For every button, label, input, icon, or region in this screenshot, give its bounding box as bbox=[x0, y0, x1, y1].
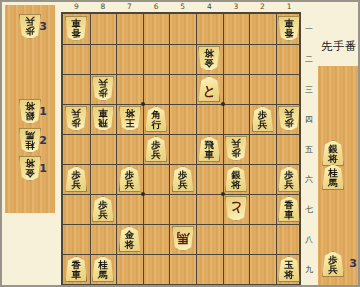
board-cell-9五[interactable] bbox=[63, 134, 90, 164]
rank-label-3: 三 bbox=[303, 84, 315, 95]
board-cell-7一[interactable] bbox=[116, 14, 143, 44]
piece-kanji: 玉将 bbox=[284, 260, 294, 281]
board-cell-6八[interactable] bbox=[143, 224, 170, 254]
piece-kanji: 歩兵 bbox=[178, 170, 188, 191]
board-cell-1五[interactable] bbox=[276, 134, 303, 164]
file-label-2: 2 bbox=[257, 2, 269, 11]
piece-kanji: 歩兵 bbox=[98, 78, 108, 99]
piece-kanji: 歩兵 bbox=[284, 170, 294, 191]
rank-label-2: 二 bbox=[303, 54, 315, 65]
board-cell-6一[interactable] bbox=[143, 14, 170, 44]
board-cell-7七[interactable] bbox=[116, 194, 143, 224]
board-cell-6九[interactable] bbox=[143, 254, 170, 284]
piece-kanji: 歩兵 bbox=[98, 200, 108, 221]
gote-hand-count-歩兵: 3 bbox=[36, 20, 50, 33]
board-cell-5五[interactable] bbox=[169, 134, 196, 164]
rank-label-6: 六 bbox=[303, 174, 315, 185]
piece-kanji: と bbox=[229, 202, 242, 215]
piece-kanji: 歩兵 bbox=[72, 170, 82, 191]
sente-hand-count-歩兵: 3 bbox=[346, 257, 360, 270]
rank-label-1: 一 bbox=[303, 24, 315, 35]
piece-kanji: 歩兵 bbox=[258, 110, 268, 131]
rank-label-4: 四 bbox=[303, 114, 315, 125]
board-cell-2二[interactable] bbox=[249, 44, 276, 74]
board-cell-8一[interactable] bbox=[90, 14, 117, 44]
board-cell-2九[interactable] bbox=[249, 254, 276, 284]
board-cell-3三[interactable] bbox=[223, 74, 250, 104]
board-cell-9三[interactable] bbox=[63, 74, 90, 104]
piece-kanji: 金将 bbox=[205, 48, 215, 69]
board-cell-5三[interactable] bbox=[169, 74, 196, 104]
file-label-5: 5 bbox=[177, 2, 189, 11]
board-cell-5四[interactable] bbox=[169, 104, 196, 134]
piece-kanji: 歩兵 bbox=[231, 138, 241, 159]
piece-kanji: 金将 bbox=[25, 157, 35, 178]
file-label-9: 9 bbox=[70, 2, 82, 11]
file-label-7: 7 bbox=[124, 2, 136, 11]
board-cell-4一[interactable] bbox=[196, 14, 223, 44]
board-cell-1八[interactable] bbox=[276, 224, 303, 254]
piece-kanji: と bbox=[203, 84, 216, 97]
gote-hand-count-銀将: 1 bbox=[36, 105, 50, 118]
rank-label-9: 九 bbox=[303, 264, 315, 275]
board-cell-1二[interactable] bbox=[276, 44, 303, 74]
piece-kanji: 桂馬 bbox=[98, 260, 108, 281]
board-cell-3九[interactable] bbox=[223, 254, 250, 284]
piece-kanji: 歩兵 bbox=[151, 140, 161, 161]
piece-kanji: 歩兵 bbox=[72, 108, 82, 129]
file-label-4: 4 bbox=[203, 2, 215, 11]
turn-indicator: 先手番 bbox=[321, 39, 360, 54]
board-cell-2六[interactable] bbox=[249, 164, 276, 194]
board-cell-4九[interactable] bbox=[196, 254, 223, 284]
board-cell-6六[interactable] bbox=[143, 164, 170, 194]
piece-kanji: 香車 bbox=[72, 18, 82, 39]
board-cell-3四[interactable] bbox=[223, 104, 250, 134]
piece-kanji: 王将 bbox=[125, 108, 135, 129]
board-cell-5九[interactable] bbox=[169, 254, 196, 284]
board-cell-3八[interactable] bbox=[223, 224, 250, 254]
board-cell-4六[interactable] bbox=[196, 164, 223, 194]
gote-hand-count-桂馬: 2 bbox=[36, 134, 50, 147]
piece-kanji: 銀将 bbox=[328, 144, 338, 165]
board-cell-7三[interactable] bbox=[116, 74, 143, 104]
board-cell-4四[interactable] bbox=[196, 104, 223, 134]
piece-kanji: 歩兵 bbox=[125, 170, 135, 191]
piece-kanji: 馬 bbox=[176, 232, 189, 245]
piece-kanji: 香車 bbox=[284, 18, 294, 39]
board-cell-1三[interactable] bbox=[276, 74, 303, 104]
board-cell-9八[interactable] bbox=[63, 224, 90, 254]
file-label-1: 1 bbox=[283, 2, 295, 11]
piece-kanji: 角行 bbox=[151, 110, 161, 131]
board-cell-2五[interactable] bbox=[249, 134, 276, 164]
board-cell-7二[interactable] bbox=[116, 44, 143, 74]
piece-kanji: 桂馬 bbox=[328, 168, 338, 189]
rank-label-5: 五 bbox=[303, 144, 315, 155]
shogi-app-window: 先手番 987654321一二三四五六七八九 香車香車金将歩兵と歩兵飛車王将角行… bbox=[0, 0, 360, 287]
gote-hand-count-金将: 1 bbox=[36, 162, 50, 175]
board-cell-3一[interactable] bbox=[223, 14, 250, 44]
piece-kanji: 金将 bbox=[125, 230, 135, 251]
piece-kanji: 桂馬 bbox=[25, 129, 35, 150]
piece-kanji: 香車 bbox=[284, 200, 294, 221]
board-cell-7九[interactable] bbox=[116, 254, 143, 284]
board-cell-7五[interactable] bbox=[116, 134, 143, 164]
file-label-8: 8 bbox=[97, 2, 109, 11]
piece-kanji: 飛車 bbox=[98, 108, 108, 129]
board-cell-8五[interactable] bbox=[90, 134, 117, 164]
board-cell-6七[interactable] bbox=[143, 194, 170, 224]
rank-label-8: 八 bbox=[303, 234, 315, 245]
board-cell-5一[interactable] bbox=[169, 14, 196, 44]
board-cell-8六[interactable] bbox=[90, 164, 117, 194]
board-cell-5二[interactable] bbox=[169, 44, 196, 74]
board-cell-8二[interactable] bbox=[90, 44, 117, 74]
board-cell-6三[interactable] bbox=[143, 74, 170, 104]
piece-kanji: 香車 bbox=[72, 260, 82, 281]
piece-kanji: 銀将 bbox=[25, 101, 35, 122]
piece-kanji: 銀将 bbox=[231, 170, 241, 191]
board-cell-5七[interactable] bbox=[169, 194, 196, 224]
board-cell-2八[interactable] bbox=[249, 224, 276, 254]
rank-label-7: 七 bbox=[303, 204, 315, 215]
piece-kanji: 歩兵 bbox=[284, 108, 294, 129]
board-cell-8八[interactable] bbox=[90, 224, 117, 254]
board-cell-4八[interactable] bbox=[196, 224, 223, 254]
file-label-3: 3 bbox=[230, 2, 242, 11]
piece-kanji: 歩兵 bbox=[25, 16, 35, 37]
file-label-6: 6 bbox=[150, 2, 162, 11]
board-cell-2一[interactable] bbox=[249, 14, 276, 44]
piece-kanji: 歩兵 bbox=[328, 255, 338, 276]
board-cell-9二[interactable] bbox=[63, 44, 90, 74]
board-cell-4七[interactable] bbox=[196, 194, 223, 224]
board-cell-2七[interactable] bbox=[249, 194, 276, 224]
board-cell-9七[interactable] bbox=[63, 194, 90, 224]
board-cell-2三[interactable] bbox=[249, 74, 276, 104]
piece-kanji: 飛車 bbox=[205, 140, 215, 161]
board-cell-3二[interactable] bbox=[223, 44, 250, 74]
board-cell-6二[interactable] bbox=[143, 44, 170, 74]
